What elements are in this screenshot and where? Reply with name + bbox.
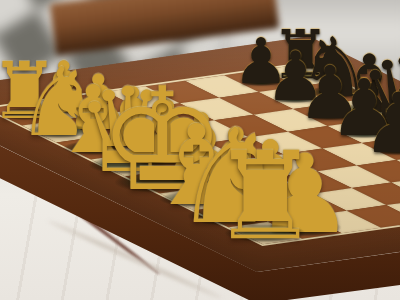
piece-white-pawn-e2: ♟ (155, 102, 248, 195)
felt-base-shadow (204, 186, 269, 201)
piece-white-queen-d1: ♛ (69, 72, 186, 189)
piece-white-pawn-b2: ♟ (60, 65, 136, 141)
felt-base-shadow (0, 108, 50, 120)
felt-base-shadow (160, 191, 233, 208)
piece-black-pawn-a7: ♟ (230, 30, 293, 93)
piece-white-pawn-d2: ♟ (124, 90, 211, 177)
piece-white-knight-b1: ♞ (11, 55, 106, 150)
piece-white-bishop-f1: ♝ (141, 110, 252, 221)
felt-base-shadow (273, 93, 318, 103)
felt-base-shadow (73, 120, 123, 131)
piece-white-bishop-c1: ♝ (47, 74, 140, 167)
piece-black-queen-d8: ♛ (353, 45, 400, 146)
felt-base-shadow (138, 153, 195, 166)
piece-white-pawn-g2: ♟ (218, 127, 322, 231)
chess-photo-scene: ♜♟♞♟♟♝♜♟♟♛♞♟♟♚♝♟♟♝♛♟♟♞♚♟♟♜♝♟♟♞♟♜ (0, 0, 400, 300)
piece-white-pawn-c2: ♟ (92, 77, 174, 159)
pieces-layer: ♜♟♞♟♟♝♜♟♟♛♞♟♟♚♝♟♟♝♛♟♟♞♚♟♟♜♝♟♟♞♟♜ (0, 0, 400, 300)
piece-black-pawn-e7: ♟ (357, 82, 400, 165)
felt-base-shadow (106, 136, 160, 148)
felt-base-shadow (269, 219, 341, 235)
piece-white-pawn-a2: ♟ (28, 52, 99, 123)
felt-base-shadow (115, 171, 209, 192)
piece-black-pawn-f7: ♟ (389, 95, 400, 183)
felt-base-shadow (41, 103, 88, 114)
felt-base-shadow (89, 156, 166, 174)
felt-base-shadow (371, 143, 400, 155)
felt-base-shadow (236, 203, 305, 219)
piece-white-knight-g1: ♞ (166, 112, 296, 242)
felt-base-shadow (171, 170, 232, 184)
felt-base-shadow (308, 86, 362, 98)
felt-base-shadow (370, 119, 400, 134)
felt-base-shadow (306, 109, 354, 120)
piece-black-king-e8: ♚ (377, 46, 400, 168)
piece-black-pawn-d7: ♟ (325, 69, 400, 147)
felt-base-shadow (63, 141, 124, 155)
piece-white-king-e1: ♚ (91, 69, 233, 211)
piece-black-knight-b8: ♞ (294, 27, 376, 109)
felt-base-shadow (278, 70, 322, 80)
piece-white-rook-a1: ♜ (0, 52, 64, 130)
piece-black-rook-a8: ♜ (267, 22, 334, 89)
piece-black-pawn-b7: ♟ (261, 43, 329, 111)
felt-base-shadow (225, 224, 305, 242)
piece-black-pawn-c7: ♟ (293, 56, 366, 129)
felt-base-shadow (240, 76, 282, 85)
piece-black-bishop-c8: ♝ (329, 45, 400, 125)
felt-base-shadow (28, 124, 91, 138)
piece-white-pawn-h2: ♟ (250, 140, 359, 249)
felt-base-shadow (339, 126, 390, 138)
felt-base-shadow (188, 206, 274, 226)
piece-white-rook-h1: ♜ (205, 136, 326, 257)
felt-base-shadow (343, 103, 396, 115)
piece-white-pawn-f2: ♟ (187, 115, 285, 213)
